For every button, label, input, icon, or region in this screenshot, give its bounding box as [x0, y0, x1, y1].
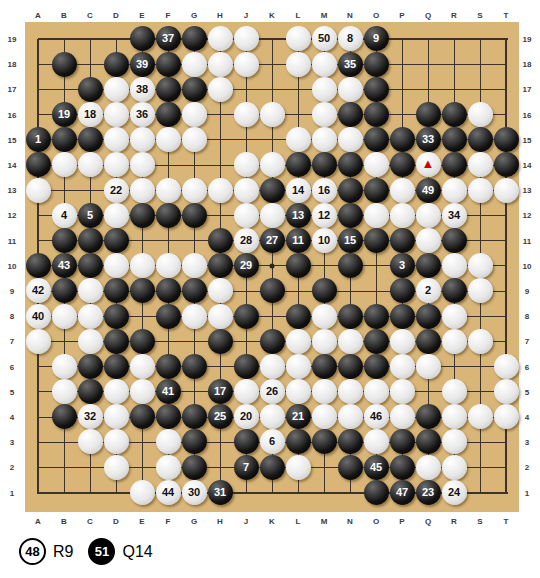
stone-C4: 32 [78, 404, 103, 429]
stone-N13 [338, 178, 363, 203]
stone-Q13: 49 [416, 178, 441, 203]
stone-F6 [156, 354, 181, 379]
stone-O15 [364, 127, 389, 152]
stone-E15 [130, 127, 155, 152]
stone-P8 [390, 304, 415, 329]
col-label-bottom-S: S [477, 517, 482, 526]
caption-move-51-stone: 51 [88, 538, 115, 565]
stone-H13 [208, 178, 233, 203]
row-label-left-10: 10 [8, 261, 17, 270]
stone-E5 [130, 379, 155, 404]
stone-L12: 13 [286, 203, 311, 228]
move-note-caption: 48R951Q14 [19, 538, 161, 565]
stone-L15 [286, 127, 311, 152]
col-label-top-A: A [35, 11, 41, 20]
col-label-bottom-F: F [166, 517, 171, 526]
stone-H5: 17 [208, 379, 233, 404]
stone-B15 [52, 127, 77, 152]
col-label-top-D: D [113, 11, 119, 20]
stone-S10 [468, 253, 493, 278]
stone-E4 [130, 404, 155, 429]
stone-A15: 1 [26, 127, 51, 152]
stone-D14 [104, 152, 129, 177]
stone-E18: 39 [130, 52, 155, 77]
row-label-right-1: 1 [525, 488, 529, 497]
stone-R14 [442, 152, 467, 177]
stone-N17 [338, 77, 363, 102]
stone-Q12 [416, 203, 441, 228]
stone-B6 [52, 354, 77, 379]
stone-M9 [312, 278, 337, 303]
col-label-bottom-R: R [451, 517, 457, 526]
stone-C10 [78, 253, 103, 278]
caption-move-51-coord: Q14 [122, 543, 152, 561]
stone-K16 [260, 102, 285, 127]
stone-S7 [468, 329, 493, 354]
stone-P3 [390, 429, 415, 454]
stone-K4 [260, 404, 285, 429]
stone-K11: 27 [260, 228, 285, 253]
stone-B8 [52, 304, 77, 329]
stone-J19 [234, 26, 259, 51]
stone-B4 [52, 404, 77, 429]
col-label-bottom-C: C [87, 517, 93, 526]
stone-D13: 22 [104, 178, 129, 203]
stone-A7 [26, 329, 51, 354]
stone-P1: 47 [390, 480, 415, 505]
stone-A8: 40 [26, 304, 51, 329]
stone-D2 [104, 455, 129, 480]
col-label-top-B: B [61, 11, 67, 20]
stone-E13 [130, 178, 155, 203]
stone-R16 [442, 102, 467, 127]
stone-O16 [364, 102, 389, 127]
col-label-bottom-O: O [373, 517, 379, 526]
col-label-top-R: R [451, 11, 457, 20]
stone-R2 [442, 455, 467, 480]
stone-O4: 46 [364, 404, 389, 429]
stone-J6 [234, 354, 259, 379]
col-label-top-F: F [166, 11, 171, 20]
col-label-bottom-E: E [139, 517, 144, 526]
stone-P6 [390, 354, 415, 379]
col-label-top-C: C [87, 11, 93, 20]
stone-C12: 5 [78, 203, 103, 228]
stone-O17 [364, 77, 389, 102]
stone-G17 [182, 77, 207, 102]
stone-Q14: ▲ [416, 152, 441, 177]
stone-K13 [260, 178, 285, 203]
stone-D4 [104, 404, 129, 429]
stone-M15 [312, 127, 337, 152]
row-label-right-5: 5 [525, 387, 529, 396]
caption-move-48-coord: R9 [53, 543, 73, 561]
stone-O6 [364, 354, 389, 379]
stone-T4 [494, 404, 519, 429]
stone-M16 [312, 102, 337, 127]
row-label-right-13: 13 [523, 186, 532, 195]
row-label-right-19: 19 [523, 35, 532, 44]
stone-B5 [52, 379, 77, 404]
stone-E12 [130, 203, 155, 228]
stone-J5 [234, 379, 259, 404]
stone-D6 [104, 354, 129, 379]
col-label-bottom-N: N [347, 517, 353, 526]
stone-L13: 14 [286, 178, 311, 203]
stone-B11 [52, 228, 77, 253]
stone-M11: 10 [312, 228, 337, 253]
stone-N3 [338, 429, 363, 454]
stone-J12 [234, 203, 259, 228]
stone-K6 [260, 354, 285, 379]
stone-R11 [442, 228, 467, 253]
stone-G3 [182, 429, 207, 454]
stone-N5 [338, 379, 363, 404]
stone-J18 [234, 52, 259, 77]
caption-move-48-stone: 48 [19, 538, 46, 565]
row-label-left-3: 3 [10, 438, 14, 447]
stone-E19 [130, 26, 155, 51]
stone-F17 [156, 77, 181, 102]
stone-Q8 [416, 304, 441, 329]
stone-F1: 44 [156, 480, 181, 505]
col-label-bottom-D: D [113, 517, 119, 526]
col-label-top-O: O [373, 11, 379, 20]
col-label-top-P: P [399, 11, 404, 20]
stone-C11 [78, 228, 103, 253]
col-label-bottom-J: J [244, 517, 248, 526]
col-label-top-Q: Q [425, 11, 431, 20]
stone-H4: 25 [208, 404, 233, 429]
row-label-left-13: 13 [8, 186, 17, 195]
stone-M18 [312, 52, 337, 77]
stone-A13 [26, 178, 51, 203]
stone-Q10 [416, 253, 441, 278]
stone-Q15: 33 [416, 127, 441, 152]
row-label-left-15: 15 [8, 135, 17, 144]
go-board[interactable]: 375089393538191836133▲221416494513123428… [25, 22, 519, 512]
stone-L10 [286, 253, 311, 278]
col-label-bottom-B: B [61, 517, 67, 526]
stone-D11 [104, 228, 129, 253]
stone-B9 [52, 278, 77, 303]
stone-F16 [156, 102, 181, 127]
stone-O13 [364, 178, 389, 203]
stone-B12: 4 [52, 203, 77, 228]
stone-R7 [442, 329, 467, 354]
stone-D10 [104, 253, 129, 278]
col-label-bottom-T: T [504, 517, 509, 526]
stone-P14 [390, 152, 415, 177]
stone-R4 [442, 404, 467, 429]
stone-N4 [338, 404, 363, 429]
stone-E1 [130, 480, 155, 505]
stone-P5 [390, 379, 415, 404]
stone-M4 [312, 404, 337, 429]
row-label-right-8: 8 [525, 312, 529, 321]
row-label-right-16: 16 [523, 110, 532, 119]
row-label-left-2: 2 [10, 463, 14, 472]
stone-G6 [182, 354, 207, 379]
col-label-top-S: S [477, 11, 482, 20]
row-label-right-18: 18 [523, 60, 532, 69]
go-game-diagram: 375089393538191836133▲221416494513123428… [0, 0, 540, 578]
row-label-left-6: 6 [10, 362, 14, 371]
stone-A9: 42 [26, 278, 51, 303]
stone-P4 [390, 404, 415, 429]
stone-S4 [468, 404, 493, 429]
stone-E7 [130, 329, 155, 354]
stone-O7 [364, 329, 389, 354]
board-stones-grid: 375089393538191836133▲221416494513123428… [25, 26, 519, 505]
stone-O2: 45 [364, 455, 389, 480]
stone-L19 [286, 26, 311, 51]
col-label-bottom-Q: Q [425, 517, 431, 526]
col-label-top-J: J [244, 11, 248, 20]
stone-H19 [208, 26, 233, 51]
col-label-bottom-G: G [191, 517, 197, 526]
stone-T13 [494, 178, 519, 203]
stone-L5 [286, 379, 311, 404]
stone-S16 [468, 102, 493, 127]
stone-L6 [286, 354, 311, 379]
row-label-right-6: 6 [525, 362, 529, 371]
row-label-right-9: 9 [525, 287, 529, 296]
stone-Q1: 23 [416, 480, 441, 505]
stone-D17 [104, 77, 129, 102]
col-label-top-K: K [269, 11, 275, 20]
stone-F12 [156, 203, 181, 228]
stone-P10: 3 [390, 253, 415, 278]
stone-N10 [338, 253, 363, 278]
stone-N8 [338, 304, 363, 329]
col-label-top-H: H [217, 11, 223, 20]
stone-C17 [78, 77, 103, 102]
stone-D16 [104, 102, 129, 127]
stone-P2 [390, 455, 415, 480]
stone-L11: 11 [286, 228, 311, 253]
col-label-top-T: T [504, 11, 509, 20]
stone-T6 [494, 354, 519, 379]
stone-O18 [364, 52, 389, 77]
stone-F2 [156, 455, 181, 480]
row-label-right-15: 15 [523, 135, 532, 144]
stone-M8 [312, 304, 337, 329]
stone-O19: 9 [364, 26, 389, 51]
row-label-right-2: 2 [525, 463, 529, 472]
row-label-right-7: 7 [525, 337, 529, 346]
stone-H8 [208, 304, 233, 329]
stone-R9 [442, 278, 467, 303]
stone-H9 [208, 278, 233, 303]
stone-F19: 37 [156, 26, 181, 51]
stone-L7 [286, 329, 311, 354]
row-label-left-14: 14 [8, 161, 17, 170]
row-label-left-9: 9 [10, 287, 14, 296]
stone-J8 [234, 304, 259, 329]
stone-G12 [182, 203, 207, 228]
stone-D9 [104, 278, 129, 303]
stone-C5 [78, 379, 103, 404]
stone-K3: 6 [260, 429, 285, 454]
stone-G9 [182, 278, 207, 303]
stone-T15 [494, 127, 519, 152]
stone-D8 [104, 304, 129, 329]
row-label-left-1: 1 [10, 488, 14, 497]
row-label-right-12: 12 [523, 211, 532, 220]
stone-D15 [104, 127, 129, 152]
stone-N7 [338, 329, 363, 354]
stone-P13 [390, 178, 415, 203]
stone-D5 [104, 379, 129, 404]
stone-M12: 12 [312, 203, 337, 228]
stone-B10: 43 [52, 253, 77, 278]
stone-K12 [260, 203, 285, 228]
col-label-top-N: N [347, 11, 353, 20]
stone-Q4 [416, 404, 441, 429]
stone-O11 [364, 228, 389, 253]
stone-M13: 16 [312, 178, 337, 203]
stone-L4: 21 [286, 404, 311, 429]
triangle-marker-icon: ▲ [422, 157, 435, 170]
row-label-right-17: 17 [523, 85, 532, 94]
stone-C14 [78, 152, 103, 177]
stone-S9 [468, 278, 493, 303]
col-label-bottom-H: H [217, 517, 223, 526]
stone-K14 [260, 152, 285, 177]
col-label-top-M: M [321, 11, 328, 20]
stone-O1 [364, 480, 389, 505]
stone-K5: 26 [260, 379, 285, 404]
stone-R5 [442, 379, 467, 404]
col-label-top-L: L [296, 11, 301, 20]
stone-L14 [286, 152, 311, 177]
row-label-left-18: 18 [8, 60, 17, 69]
stone-F15 [156, 127, 181, 152]
stone-K2 [260, 455, 285, 480]
stone-J3 [234, 429, 259, 454]
stone-C16: 18 [78, 102, 103, 127]
stone-G18 [182, 52, 207, 77]
stone-E14 [130, 152, 155, 177]
stone-R1: 24 [442, 480, 467, 505]
stone-E9 [130, 278, 155, 303]
stone-E6 [130, 354, 155, 379]
row-label-left-12: 12 [8, 211, 17, 220]
stone-Q3 [416, 429, 441, 454]
stone-B14 [52, 152, 77, 177]
row-label-left-17: 17 [8, 85, 17, 94]
stone-M5 [312, 379, 337, 404]
stone-C3 [78, 429, 103, 454]
row-label-left-8: 8 [10, 312, 14, 321]
stone-H10 [208, 253, 233, 278]
stone-O12 [364, 203, 389, 228]
stone-Q7 [416, 329, 441, 354]
stone-J11: 28 [234, 228, 259, 253]
stone-F3 [156, 429, 181, 454]
stone-Q11 [416, 228, 441, 253]
stone-C15 [78, 127, 103, 152]
stone-J13 [234, 178, 259, 203]
col-label-bottom-L: L [296, 517, 301, 526]
stone-J16 [234, 102, 259, 127]
stone-P15 [390, 127, 415, 152]
stone-P7 [390, 329, 415, 354]
stone-S14 [468, 152, 493, 177]
stone-E10 [130, 253, 155, 278]
stone-Q16 [416, 102, 441, 127]
stone-N2 [338, 455, 363, 480]
stone-R12: 34 [442, 203, 467, 228]
col-label-bottom-K: K [269, 517, 275, 526]
row-label-right-10: 10 [523, 261, 532, 270]
row-label-left-11: 11 [8, 236, 16, 245]
stone-N14 [338, 152, 363, 177]
stone-P12 [390, 203, 415, 228]
row-label-left-4: 4 [10, 413, 14, 422]
stone-B16: 19 [52, 102, 77, 127]
stone-R13 [442, 178, 467, 203]
stone-T5 [494, 379, 519, 404]
stone-L3 [286, 429, 311, 454]
stone-C7 [78, 329, 103, 354]
stone-J14 [234, 152, 259, 177]
stone-F9 [156, 278, 181, 303]
stone-J2: 7 [234, 455, 259, 480]
stone-S13 [468, 178, 493, 203]
stone-M14 [312, 152, 337, 177]
col-label-top-E: E [139, 11, 144, 20]
stone-H11 [208, 228, 233, 253]
stone-C8 [78, 304, 103, 329]
stone-D18 [104, 52, 129, 77]
stone-J10: 29 [234, 253, 259, 278]
stone-N15 [338, 127, 363, 152]
stone-M3 [312, 429, 337, 454]
stone-A10 [26, 253, 51, 278]
stone-Q6 [416, 354, 441, 379]
stone-R3 [442, 429, 467, 454]
stone-D7 [104, 329, 129, 354]
stone-Q9: 2 [416, 278, 441, 303]
stone-B18 [52, 52, 77, 77]
stone-T14 [494, 152, 519, 177]
stone-N16 [338, 102, 363, 127]
stone-Q2 [416, 455, 441, 480]
stone-N18: 35 [338, 52, 363, 77]
stone-H17 [208, 77, 233, 102]
stone-D3 [104, 429, 129, 454]
stone-F8 [156, 304, 181, 329]
stone-F10 [156, 253, 181, 278]
stone-M6 [312, 354, 337, 379]
row-label-left-7: 7 [10, 337, 14, 346]
col-label-bottom-M: M [321, 517, 328, 526]
stone-L2 [286, 455, 311, 480]
stone-P9 [390, 278, 415, 303]
stone-G2 [182, 455, 207, 480]
stone-P11 [390, 228, 415, 253]
col-label-top-G: G [191, 11, 197, 20]
stone-D12 [104, 203, 129, 228]
col-label-bottom-A: A [35, 517, 41, 526]
stone-G15 [182, 127, 207, 152]
stone-G16 [182, 102, 207, 127]
stone-A14 [26, 152, 51, 177]
stone-K9 [260, 278, 285, 303]
row-label-right-3: 3 [525, 438, 529, 447]
